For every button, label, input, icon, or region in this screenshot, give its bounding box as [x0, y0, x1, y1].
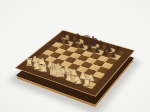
black-pawn-c7[interactable]: ♟: [71, 40, 78, 48]
folding-chess-box: ♜♞♝♛♚♝♞♜♟♟♟♟♟♟♟♟♟♟♟♟♟♟♟♟♜♞♝♛♚♝♞♜: [16, 31, 134, 96]
black-pawn-b7[interactable]: ♟: [63, 38, 70, 46]
product-photo: ♜♞♝♛♚♝♞♜♟♟♟♟♟♟♟♟♟♟♟♟♟♟♟♟♜♞♝♛♚♝♞♜: [0, 0, 150, 112]
black-pawn-e7[interactable]: ♟: [86, 45, 93, 53]
square-d5[interactable]: [69, 52, 81, 59]
black-pawn-a7[interactable]: ♟: [56, 36, 63, 43]
black-pawn-h7[interactable]: ♟: [109, 52, 116, 60]
white-rook-h1[interactable]: ♜: [82, 77, 92, 88]
black-pawn-d7[interactable]: ♟: [78, 42, 85, 50]
black-pawn-f7[interactable]: ♟: [93, 47, 100, 55]
black-pawn-g7[interactable]: ♟: [101, 49, 108, 57]
